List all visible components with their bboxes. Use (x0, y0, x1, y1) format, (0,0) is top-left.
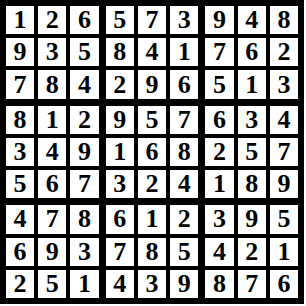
cell-r1c2[interactable]: 2 (38, 6, 66, 34)
cell-r6c6[interactable]: 4 (170, 170, 198, 198)
cell-r1c8[interactable]: 4 (238, 6, 266, 34)
cell-r2c3[interactable]: 5 (70, 38, 98, 66)
cell-r2c4[interactable]: 8 (106, 38, 134, 66)
cell-r7c5[interactable]: 1 (138, 205, 166, 233)
sudoku-board: 1269357845738412969487625138123495679571… (0, 0, 304, 304)
box-9: 395421876 (205, 205, 298, 298)
box-5: 957168324 (106, 106, 199, 199)
cell-r9c6[interactable]: 9 (170, 270, 198, 298)
cell-r9c7[interactable]: 8 (205, 270, 233, 298)
cell-r2c9[interactable]: 2 (270, 38, 298, 66)
cell-r1c3[interactable]: 6 (70, 6, 98, 34)
cell-r1c5[interactable]: 7 (138, 6, 166, 34)
cell-r8c2[interactable]: 9 (38, 238, 66, 266)
cell-r6c4[interactable]: 3 (106, 170, 134, 198)
cell-r2c7[interactable]: 7 (205, 38, 233, 66)
box-8: 612785439 (106, 205, 199, 298)
cell-r6c5[interactable]: 2 (138, 170, 166, 198)
cell-r2c1[interactable]: 9 (6, 38, 34, 66)
cell-r1c9[interactable]: 8 (270, 6, 298, 34)
cell-r1c6[interactable]: 3 (170, 6, 198, 34)
cell-r6c7[interactable]: 1 (205, 170, 233, 198)
cell-r8c9[interactable]: 1 (270, 238, 298, 266)
cell-r3c5[interactable]: 9 (138, 70, 166, 98)
box-6: 634257189 (205, 106, 298, 199)
cell-r1c1[interactable]: 1 (6, 6, 34, 34)
cell-r6c3[interactable]: 7 (70, 170, 98, 198)
cell-r7c1[interactable]: 4 (6, 205, 34, 233)
cell-r8c7[interactable]: 4 (205, 238, 233, 266)
cell-r4c5[interactable]: 5 (138, 106, 166, 134)
cell-r2c8[interactable]: 6 (238, 38, 266, 66)
box-3: 948762513 (205, 6, 298, 99)
cell-r9c2[interactable]: 5 (38, 270, 66, 298)
cell-r1c4[interactable]: 5 (106, 6, 134, 34)
cell-r4c8[interactable]: 3 (238, 106, 266, 134)
cell-r2c5[interactable]: 4 (138, 38, 166, 66)
cell-r5c7[interactable]: 2 (205, 138, 233, 166)
cell-r3c8[interactable]: 1 (238, 70, 266, 98)
cell-r4c6[interactable]: 7 (170, 106, 198, 134)
cell-r5c5[interactable]: 6 (138, 138, 166, 166)
cell-r3c2[interactable]: 8 (38, 70, 66, 98)
cell-r9c4[interactable]: 4 (106, 270, 134, 298)
cell-r3c7[interactable]: 5 (205, 70, 233, 98)
cell-r5c1[interactable]: 3 (6, 138, 34, 166)
cell-r9c5[interactable]: 3 (138, 270, 166, 298)
cell-r2c6[interactable]: 1 (170, 38, 198, 66)
cell-r2c2[interactable]: 3 (38, 38, 66, 66)
cell-r7c4[interactable]: 6 (106, 205, 134, 233)
cell-r7c6[interactable]: 2 (170, 205, 198, 233)
cell-r8c1[interactable]: 6 (6, 238, 34, 266)
cell-r5c8[interactable]: 5 (238, 138, 266, 166)
box-2: 573841296 (106, 6, 199, 99)
cell-r8c4[interactable]: 7 (106, 238, 134, 266)
cell-r7c9[interactable]: 5 (270, 205, 298, 233)
cell-r6c2[interactable]: 6 (38, 170, 66, 198)
cell-r9c8[interactable]: 7 (238, 270, 266, 298)
cell-r6c1[interactable]: 5 (6, 170, 34, 198)
box-4: 812349567 (6, 106, 99, 199)
cell-r5c2[interactable]: 4 (38, 138, 66, 166)
cell-r6c8[interactable]: 8 (238, 170, 266, 198)
cell-r5c6[interactable]: 8 (170, 138, 198, 166)
box-7: 478693251 (6, 205, 99, 298)
cell-r7c2[interactable]: 7 (38, 205, 66, 233)
cell-r4c9[interactable]: 4 (270, 106, 298, 134)
cell-r1c7[interactable]: 9 (205, 6, 233, 34)
cell-r5c4[interactable]: 1 (106, 138, 134, 166)
cell-r8c6[interactable]: 5 (170, 238, 198, 266)
page: 1269357845738412969487625138123495679571… (0, 0, 306, 306)
cell-r4c1[interactable]: 8 (6, 106, 34, 134)
cell-r3c4[interactable]: 2 (106, 70, 134, 98)
cell-r6c9[interactable]: 9 (270, 170, 298, 198)
cell-r9c1[interactable]: 2 (6, 270, 34, 298)
cell-r3c1[interactable]: 7 (6, 70, 34, 98)
cell-r9c3[interactable]: 1 (70, 270, 98, 298)
cell-r3c6[interactable]: 6 (170, 70, 198, 98)
cell-r9c9[interactable]: 6 (270, 270, 298, 298)
cell-r7c8[interactable]: 9 (238, 205, 266, 233)
cell-r4c2[interactable]: 1 (38, 106, 66, 134)
cell-r4c7[interactable]: 6 (205, 106, 233, 134)
cell-r4c3[interactable]: 2 (70, 106, 98, 134)
cell-r8c8[interactable]: 2 (238, 238, 266, 266)
cell-r8c3[interactable]: 3 (70, 238, 98, 266)
cell-r5c9[interactable]: 7 (270, 138, 298, 166)
cell-r8c5[interactable]: 8 (138, 238, 166, 266)
cell-r7c7[interactable]: 3 (205, 205, 233, 233)
cell-r3c3[interactable]: 4 (70, 70, 98, 98)
cell-r5c3[interactable]: 9 (70, 138, 98, 166)
cell-r7c3[interactable]: 8 (70, 205, 98, 233)
cell-r3c9[interactable]: 3 (270, 70, 298, 98)
cell-r4c4[interactable]: 9 (106, 106, 134, 134)
box-1: 126935784 (6, 6, 99, 99)
